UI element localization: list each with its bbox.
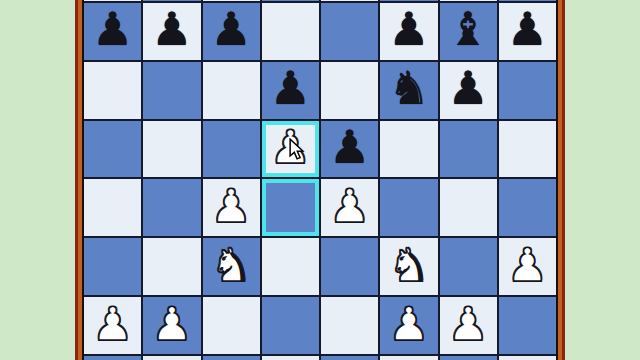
square-e1[interactable]: [321, 356, 378, 360]
square-g7[interactable]: ♝: [440, 3, 497, 60]
square-h5[interactable]: [499, 121, 556, 178]
piece-black-pawn-c7[interactable]: ♟: [211, 6, 252, 52]
square-h6[interactable]: [499, 62, 556, 119]
square-a6[interactable]: [84, 62, 141, 119]
square-h3[interactable]: ♟: [499, 238, 556, 295]
square-h2[interactable]: [499, 297, 556, 354]
square-a7[interactable]: ♟: [84, 3, 141, 60]
square-h7[interactable]: ♟: [499, 3, 556, 60]
square-a3[interactable]: [84, 238, 141, 295]
square-b8[interactable]: [143, 0, 200, 1]
square-d1[interactable]: [262, 356, 319, 360]
square-f7[interactable]: ♟: [380, 3, 437, 60]
square-f5[interactable]: [380, 121, 437, 178]
square-e6[interactable]: [321, 62, 378, 119]
square-b5[interactable]: [143, 121, 200, 178]
piece-black-pawn-b7[interactable]: ♟: [151, 6, 192, 52]
square-c1[interactable]: [203, 356, 260, 360]
square-a1[interactable]: [84, 356, 141, 360]
square-a2[interactable]: ♟: [84, 297, 141, 354]
square-g1[interactable]: [440, 356, 497, 360]
square-c4[interactable]: ♟: [203, 179, 260, 236]
square-c6[interactable]: [203, 62, 260, 119]
piece-white-knight-c3[interactable]: ♞: [211, 242, 252, 288]
square-h8[interactable]: [499, 0, 556, 1]
square-c2[interactable]: [203, 297, 260, 354]
square-b3[interactable]: [143, 238, 200, 295]
chess-board: ♟♟♟♟♝♟♟♞♟♟♟♟♟♞♞♟♟♟♟♟: [84, 0, 556, 360]
piece-white-pawn-a2[interactable]: ♟: [92, 301, 133, 347]
square-e7[interactable]: [321, 3, 378, 60]
square-b2[interactable]: ♟: [143, 297, 200, 354]
square-g5[interactable]: [440, 121, 497, 178]
piece-black-pawn-g6[interactable]: ♟: [448, 65, 489, 111]
square-e2[interactable]: [321, 297, 378, 354]
piece-white-pawn-g2[interactable]: ♟: [448, 301, 489, 347]
square-h4[interactable]: [499, 179, 556, 236]
square-e4[interactable]: ♟: [321, 179, 378, 236]
square-d7[interactable]: [262, 3, 319, 60]
square-g3[interactable]: [440, 238, 497, 295]
piece-white-pawn-c4[interactable]: ♟: [211, 183, 252, 229]
square-d2[interactable]: [262, 297, 319, 354]
board-inner-frame: ♟♟♟♟♝♟♟♞♟♟♟♟♟♞♞♟♟♟♟♟: [82, 0, 558, 360]
square-h1[interactable]: [499, 356, 556, 360]
piece-white-pawn-b2[interactable]: ♟: [151, 301, 192, 347]
piece-black-pawn-f7[interactable]: ♟: [388, 6, 429, 52]
square-b7[interactable]: ♟: [143, 3, 200, 60]
square-d5[interactable]: ♟: [262, 121, 319, 178]
piece-black-pawn-e5[interactable]: ♟: [329, 124, 370, 170]
square-g2[interactable]: ♟: [440, 297, 497, 354]
square-a4[interactable]: [84, 179, 141, 236]
square-f3[interactable]: ♞: [380, 238, 437, 295]
square-b6[interactable]: [143, 62, 200, 119]
square-c8[interactable]: [203, 0, 260, 1]
chess-app-background: ♟♟♟♟♝♟♟♞♟♟♟♟♟♞♞♟♟♟♟♟: [0, 0, 640, 360]
square-b4[interactable]: [143, 179, 200, 236]
piece-black-pawn-d6[interactable]: ♟: [270, 65, 311, 111]
square-f1[interactable]: [380, 356, 437, 360]
square-g8[interactable]: [440, 0, 497, 1]
piece-white-pawn-f2[interactable]: ♟: [388, 301, 429, 347]
piece-black-knight-f6[interactable]: ♞: [388, 65, 429, 111]
square-f8[interactable]: [380, 0, 437, 1]
square-e5[interactable]: ♟: [321, 121, 378, 178]
square-f4[interactable]: [380, 179, 437, 236]
piece-black-pawn-h7[interactable]: ♟: [507, 6, 548, 52]
piece-white-pawn-e4[interactable]: ♟: [329, 183, 370, 229]
piece-white-knight-f3[interactable]: ♞: [388, 242, 429, 288]
square-f6[interactable]: ♞: [380, 62, 437, 119]
square-a8[interactable]: [84, 0, 141, 1]
square-b1[interactable]: [143, 356, 200, 360]
square-d8[interactable]: [262, 0, 319, 1]
square-d6[interactable]: ♟: [262, 62, 319, 119]
square-f2[interactable]: ♟: [380, 297, 437, 354]
square-c7[interactable]: ♟: [203, 3, 260, 60]
square-d3[interactable]: [262, 238, 319, 295]
square-e3[interactable]: [321, 238, 378, 295]
square-g6[interactable]: ♟: [440, 62, 497, 119]
square-c3[interactable]: ♞: [203, 238, 260, 295]
piece-white-pawn-d5[interactable]: ♟: [270, 124, 311, 170]
square-c5[interactable]: [203, 121, 260, 178]
piece-black-bishop-g7[interactable]: ♝: [448, 6, 489, 52]
square-a5[interactable]: [84, 121, 141, 178]
square-d4[interactable]: [262, 179, 319, 236]
board-frame: ♟♟♟♟♝♟♟♞♟♟♟♟♟♞♞♟♟♟♟♟: [75, 0, 565, 360]
piece-white-pawn-h3[interactable]: ♟: [507, 242, 548, 288]
square-e8[interactable]: [321, 0, 378, 1]
piece-black-pawn-a7[interactable]: ♟: [92, 6, 133, 52]
square-g4[interactable]: [440, 179, 497, 236]
